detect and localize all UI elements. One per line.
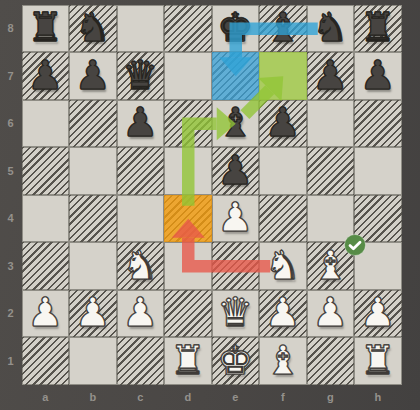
square-c8[interactable] xyxy=(117,5,165,53)
piece-white-pawn[interactable]: ♟ xyxy=(259,289,307,337)
rank-label-2: 2 xyxy=(7,307,13,319)
square-e6[interactable]: ♝ xyxy=(212,100,260,148)
square-c6[interactable]: ♟ xyxy=(117,100,165,148)
piece-white-rook[interactable]: ♜ xyxy=(164,336,212,384)
piece-black-pawn[interactable]: ♟ xyxy=(69,51,117,99)
highlight-e7 xyxy=(212,52,260,100)
square-f1[interactable]: ♝ xyxy=(259,337,307,385)
piece-white-pawn[interactable]: ♟ xyxy=(22,289,70,337)
file-label-e: e xyxy=(232,391,238,403)
square-c4[interactable] xyxy=(117,195,165,243)
square-e4[interactable]: ♟ xyxy=(212,195,260,243)
square-a6[interactable] xyxy=(22,100,70,148)
square-f8[interactable]: ♝ xyxy=(259,5,307,53)
rank-label-3: 3 xyxy=(7,260,13,272)
piece-white-pawn[interactable]: ♟ xyxy=(117,289,165,337)
square-g5[interactable] xyxy=(307,147,355,195)
square-c2[interactable]: ♟ xyxy=(117,290,165,338)
square-g8[interactable]: ♞ xyxy=(307,5,355,53)
square-a8[interactable]: ♜ xyxy=(22,5,70,53)
piece-white-pawn[interactable]: ♟ xyxy=(212,194,260,242)
square-a1[interactable] xyxy=(22,337,70,385)
piece-black-rook[interactable]: ♜ xyxy=(22,4,70,52)
square-f5[interactable] xyxy=(259,147,307,195)
square-d5[interactable] xyxy=(164,147,212,195)
square-a4[interactable] xyxy=(22,195,70,243)
square-b2[interactable]: ♟ xyxy=(69,290,117,338)
square-h6[interactable] xyxy=(354,100,402,148)
square-g4[interactable] xyxy=(307,195,355,243)
piece-black-pawn[interactable]: ♟ xyxy=(22,51,70,99)
piece-white-pawn[interactable]: ♟ xyxy=(307,289,355,337)
piece-white-pawn[interactable]: ♟ xyxy=(69,289,117,337)
piece-black-pawn[interactable]: ♟ xyxy=(354,51,402,99)
square-h8[interactable]: ♜ xyxy=(354,5,402,53)
piece-black-pawn[interactable]: ♟ xyxy=(117,99,165,147)
square-b7[interactable]: ♟ xyxy=(69,52,117,100)
square-c3[interactable]: ♞ xyxy=(117,242,165,290)
piece-white-king[interactable]: ♚ xyxy=(212,336,260,384)
piece-black-rook[interactable]: ♜ xyxy=(354,4,402,52)
square-a5[interactable] xyxy=(22,147,70,195)
square-d1[interactable]: ♜ xyxy=(164,337,212,385)
piece-white-bishop[interactable]: ♝ xyxy=(307,241,355,289)
square-d8[interactable] xyxy=(164,5,212,53)
square-a2[interactable]: ♟ xyxy=(22,290,70,338)
piece-black-bishop[interactable]: ♝ xyxy=(259,4,307,52)
square-g1[interactable] xyxy=(307,337,355,385)
piece-black-pawn[interactable]: ♟ xyxy=(307,51,355,99)
highlight-f7 xyxy=(259,52,307,100)
file-label-a: a xyxy=(42,391,48,403)
file-label-f: f xyxy=(281,391,285,403)
square-h7[interactable]: ♟ xyxy=(354,52,402,100)
square-h2[interactable]: ♟ xyxy=(354,290,402,338)
square-b3[interactable] xyxy=(69,242,117,290)
square-c1[interactable] xyxy=(117,337,165,385)
file-label-c: c xyxy=(137,391,143,403)
square-b8[interactable]: ♞ xyxy=(69,5,117,53)
square-f2[interactable]: ♟ xyxy=(259,290,307,338)
piece-white-rook[interactable]: ♜ xyxy=(354,336,402,384)
piece-white-knight[interactable]: ♞ xyxy=(117,241,165,289)
piece-black-pawn[interactable]: ♟ xyxy=(259,99,307,147)
square-e3[interactable] xyxy=(212,242,260,290)
square-g3[interactable]: ♝ xyxy=(307,242,355,290)
piece-black-pawn[interactable]: ♟ xyxy=(212,146,260,194)
square-b4[interactable] xyxy=(69,195,117,243)
square-h4[interactable] xyxy=(354,195,402,243)
piece-white-bishop[interactable]: ♝ xyxy=(259,336,307,384)
square-e8[interactable]: ♚ xyxy=(212,5,260,53)
square-g2[interactable]: ♟ xyxy=(307,290,355,338)
square-h5[interactable] xyxy=(354,147,402,195)
rank-label-5: 5 xyxy=(7,165,13,177)
square-b5[interactable] xyxy=(69,147,117,195)
square-f6[interactable]: ♟ xyxy=(259,100,307,148)
file-label-b: b xyxy=(89,391,96,403)
square-d6[interactable] xyxy=(164,100,212,148)
square-g6[interactable] xyxy=(307,100,355,148)
square-d7[interactable] xyxy=(164,52,212,100)
rank-label-7: 7 xyxy=(7,70,13,82)
piece-white-queen[interactable]: ♛ xyxy=(212,289,260,337)
file-label-h: h xyxy=(374,391,381,403)
square-c7[interactable]: ♛ xyxy=(117,52,165,100)
file-label-d: d xyxy=(184,391,191,403)
square-f4[interactable] xyxy=(259,195,307,243)
rank-label-6: 6 xyxy=(7,117,13,129)
square-d4[interactable] xyxy=(164,195,212,243)
piece-black-knight[interactable]: ♞ xyxy=(307,4,355,52)
chess-board: ♜♞♚♝♞♜♟♟♛♟♟♟♝♟♟♟♞♞♝♟♟♟♛♟♟♟♜♚♝♜ xyxy=(22,5,402,385)
rank-label-1: 1 xyxy=(7,355,13,367)
piece-black-bishop[interactable]: ♝ xyxy=(212,99,260,147)
square-h3[interactable] xyxy=(354,242,402,290)
file-label-g: g xyxy=(327,391,334,403)
square-c5[interactable] xyxy=(117,147,165,195)
square-e5[interactable]: ♟ xyxy=(212,147,260,195)
square-a3[interactable] xyxy=(22,242,70,290)
square-d2[interactable] xyxy=(164,290,212,338)
square-e7[interactable] xyxy=(212,52,260,100)
square-f3[interactable]: ♞ xyxy=(259,242,307,290)
square-a7[interactable]: ♟ xyxy=(22,52,70,100)
highlight-d4 xyxy=(164,195,212,243)
rank-label-4: 4 xyxy=(7,212,13,224)
square-b6[interactable] xyxy=(69,100,117,148)
rank-label-8: 8 xyxy=(7,22,13,34)
piece-black-knight[interactable]: ♞ xyxy=(69,4,117,52)
square-e2[interactable]: ♛ xyxy=(212,290,260,338)
square-h1[interactable]: ♜ xyxy=(354,337,402,385)
piece-white-knight[interactable]: ♞ xyxy=(259,241,307,289)
square-e1[interactable]: ♚ xyxy=(212,337,260,385)
square-d3[interactable] xyxy=(164,242,212,290)
piece-white-pawn[interactable]: ♟ xyxy=(354,289,402,337)
square-b1[interactable] xyxy=(69,337,117,385)
piece-black-king[interactable]: ♚ xyxy=(212,4,260,52)
chess-analysis-screen: ♜♞♚♝♞♜♟♟♛♟♟♟♝♟♟♟♞♞♝♟♟♟♛♟♟♟♜♚♝♜ 87654321a… xyxy=(0,0,420,410)
square-f7[interactable] xyxy=(259,52,307,100)
square-g7[interactable]: ♟ xyxy=(307,52,355,100)
piece-black-queen[interactable]: ♛ xyxy=(117,51,165,99)
